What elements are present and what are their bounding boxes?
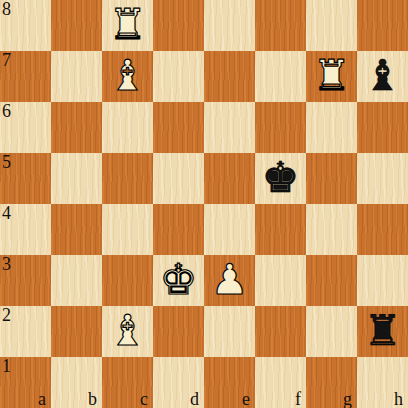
square-e2[interactable] (204, 306, 255, 357)
file-label-g: g (343, 390, 352, 408)
square-a2[interactable]: 2 (0, 306, 51, 357)
piece-white-rook-c8: ♜ (102, 0, 153, 51)
square-d4[interactable] (153, 204, 204, 255)
piece-white-bishop-c7: ♝ (102, 51, 153, 102)
square-c3[interactable] (102, 255, 153, 306)
square-f3[interactable] (255, 255, 306, 306)
square-d5[interactable] (153, 153, 204, 204)
square-h7[interactable]: ♝ (357, 51, 408, 102)
square-g8[interactable] (306, 0, 357, 51)
file-label-c: c (140, 390, 148, 408)
square-a5[interactable]: 5 (0, 153, 51, 204)
file-label-f: f (295, 390, 301, 408)
square-f4[interactable] (255, 204, 306, 255)
rank-label-5: 5 (2, 153, 11, 172)
square-e7[interactable] (204, 51, 255, 102)
square-f6[interactable] (255, 102, 306, 153)
square-d2[interactable] (153, 306, 204, 357)
piece-black-rook-h2: ♜ (357, 306, 408, 357)
piece-black-bishop-h7: ♝ (357, 51, 408, 102)
square-f5[interactable]: ♚ (255, 153, 306, 204)
square-c7[interactable]: ♝ (102, 51, 153, 102)
rank-label-3: 3 (2, 255, 11, 274)
square-b7[interactable] (51, 51, 102, 102)
square-c2[interactable]: ♝ (102, 306, 153, 357)
square-d1[interactable]: d (153, 357, 204, 408)
square-b1[interactable]: b (51, 357, 102, 408)
square-c8[interactable]: ♜ (102, 0, 153, 51)
square-d6[interactable] (153, 102, 204, 153)
piece-white-king-d3: ♚ (153, 255, 204, 306)
square-b2[interactable] (51, 306, 102, 357)
rank-label-6: 6 (2, 102, 11, 121)
square-e1[interactable]: e (204, 357, 255, 408)
square-e6[interactable] (204, 102, 255, 153)
square-f2[interactable] (255, 306, 306, 357)
square-d7[interactable] (153, 51, 204, 102)
square-g5[interactable] (306, 153, 357, 204)
square-e4[interactable] (204, 204, 255, 255)
square-b3[interactable] (51, 255, 102, 306)
file-label-h: h (394, 390, 403, 408)
square-b6[interactable] (51, 102, 102, 153)
square-e8[interactable] (204, 0, 255, 51)
square-f7[interactable] (255, 51, 306, 102)
square-a3[interactable]: 3 (0, 255, 51, 306)
square-h4[interactable] (357, 204, 408, 255)
rank-label-1: 1 (2, 357, 11, 376)
square-b4[interactable] (51, 204, 102, 255)
square-f1[interactable]: f (255, 357, 306, 408)
file-label-b: b (88, 390, 97, 408)
file-label-a: a (38, 390, 46, 408)
square-h8[interactable] (357, 0, 408, 51)
square-h3[interactable] (357, 255, 408, 306)
square-h6[interactable] (357, 102, 408, 153)
square-b5[interactable] (51, 153, 102, 204)
rank-label-2: 2 (2, 306, 11, 325)
rank-label-4: 4 (2, 204, 11, 223)
square-h2[interactable]: ♜ (357, 306, 408, 357)
square-d8[interactable] (153, 0, 204, 51)
square-g3[interactable] (306, 255, 357, 306)
square-g4[interactable] (306, 204, 357, 255)
square-e3[interactable]: ♟ (204, 255, 255, 306)
square-h5[interactable] (357, 153, 408, 204)
square-a8[interactable]: 8 (0, 0, 51, 51)
square-g1[interactable]: g (306, 357, 357, 408)
rank-label-8: 8 (2, 0, 11, 19)
piece-black-king-f5: ♚ (255, 153, 306, 204)
file-label-d: d (190, 390, 199, 408)
square-c1[interactable]: c (102, 357, 153, 408)
square-c6[interactable] (102, 102, 153, 153)
square-f8[interactable] (255, 0, 306, 51)
square-g6[interactable] (306, 102, 357, 153)
file-label-e: e (242, 390, 250, 408)
square-g7[interactable]: ♜ (306, 51, 357, 102)
piece-white-rook-g7: ♜ (306, 51, 357, 102)
square-c4[interactable] (102, 204, 153, 255)
square-h1[interactable]: h (357, 357, 408, 408)
square-a1[interactable]: 1a (0, 357, 51, 408)
square-g2[interactable] (306, 306, 357, 357)
square-e5[interactable] (204, 153, 255, 204)
square-b8[interactable] (51, 0, 102, 51)
piece-white-bishop-c2: ♝ (102, 306, 153, 357)
chess-board: 8♜7♝♜♝65♚43♚♟2♝♜1abcdefgh (0, 0, 408, 408)
rank-label-7: 7 (2, 51, 11, 70)
piece-white-pawn-e3: ♟ (204, 255, 255, 306)
square-a6[interactable]: 6 (0, 102, 51, 153)
square-a7[interactable]: 7 (0, 51, 51, 102)
square-a4[interactable]: 4 (0, 204, 51, 255)
square-d3[interactable]: ♚ (153, 255, 204, 306)
square-c5[interactable] (102, 153, 153, 204)
